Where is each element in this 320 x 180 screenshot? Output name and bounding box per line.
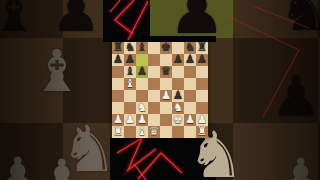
piece-white-pawn[interactable]: ♟ bbox=[125, 114, 135, 126]
piece-black-pawn[interactable]: ♟ bbox=[113, 54, 123, 66]
piece-white-pawn[interactable]: ♟ bbox=[185, 114, 195, 126]
square-a5[interactable] bbox=[112, 78, 124, 90]
square-c1[interactable]: ♝ bbox=[136, 126, 148, 138]
square-d4[interactable] bbox=[148, 90, 160, 102]
chess-board[interactable]: ♜♞♝♚♞♜♟♟♟♟♟♝♟♛♝♟♟♞♞♟♟♟♚♟♟♜♝♛♜ bbox=[112, 42, 208, 138]
square-h4[interactable] bbox=[196, 90, 208, 102]
square-b2[interactable]: ♟ bbox=[124, 114, 136, 126]
square-h1[interactable]: ♜ bbox=[196, 126, 208, 138]
square-d3[interactable] bbox=[148, 102, 160, 114]
square-d6[interactable] bbox=[148, 66, 160, 78]
square-d5[interactable] bbox=[148, 78, 160, 90]
square-e3[interactable] bbox=[160, 102, 172, 114]
square-f7[interactable]: ♟ bbox=[172, 54, 184, 66]
piece-black-pawn[interactable]: ♟ bbox=[173, 54, 183, 66]
square-h6[interactable] bbox=[196, 66, 208, 78]
piece-black-pawn[interactable]: ♟ bbox=[185, 54, 195, 66]
square-g5[interactable] bbox=[184, 78, 196, 90]
square-b4[interactable] bbox=[124, 90, 136, 102]
piece-black-king[interactable]: ♚ bbox=[161, 42, 171, 54]
square-c8[interactable]: ♝ bbox=[136, 42, 148, 54]
piece-white-bishop[interactable]: ♝ bbox=[137, 126, 147, 138]
square-g7[interactable]: ♟ bbox=[184, 54, 196, 66]
square-b1[interactable] bbox=[124, 126, 136, 138]
square-d8[interactable] bbox=[148, 42, 160, 54]
square-f1[interactable] bbox=[172, 126, 184, 138]
piece-white-rook[interactable]: ♜ bbox=[197, 126, 207, 138]
square-a6[interactable] bbox=[112, 66, 124, 78]
piece-black-pawn[interactable]: ♟ bbox=[137, 66, 147, 78]
square-f6[interactable] bbox=[172, 66, 184, 78]
square-b5[interactable]: ♝ bbox=[124, 78, 136, 90]
square-g4[interactable] bbox=[184, 90, 196, 102]
square-g2[interactable]: ♟ bbox=[184, 114, 196, 126]
square-d7[interactable] bbox=[148, 54, 160, 66]
square-e1[interactable] bbox=[160, 126, 172, 138]
square-a7[interactable]: ♟ bbox=[112, 54, 124, 66]
square-g6[interactable] bbox=[184, 66, 196, 78]
square-h7[interactable]: ♟ bbox=[196, 54, 208, 66]
piece-black-bishop[interactable]: ♝ bbox=[137, 42, 147, 54]
piece-white-queen[interactable]: ♛ bbox=[149, 126, 159, 138]
piece-white-bishop[interactable]: ♝ bbox=[125, 78, 135, 90]
square-e8[interactable]: ♚ bbox=[160, 42, 172, 54]
square-c6[interactable]: ♟ bbox=[136, 66, 148, 78]
piece-white-pawn[interactable]: ♟ bbox=[161, 90, 171, 102]
piece-black-pawn[interactable]: ♟ bbox=[197, 54, 207, 66]
square-g1[interactable] bbox=[184, 126, 196, 138]
piece-white-king[interactable]: ♚ bbox=[173, 114, 183, 126]
square-h5[interactable] bbox=[196, 78, 208, 90]
square-a4[interactable] bbox=[112, 90, 124, 102]
video-frame: ♝♟♟♞♝♞♟♞♟♟♟ ♜♞♝♚♞♜♟♟♟♟♟♝♟♛♝♟♟♞♞♟♟♟♚♟♟♜♝♛… bbox=[0, 0, 320, 180]
piece-white-rook[interactable]: ♜ bbox=[113, 126, 123, 138]
square-d1[interactable]: ♛ bbox=[148, 126, 160, 138]
piece-black-queen[interactable]: ♛ bbox=[161, 66, 171, 78]
square-f2[interactable]: ♚ bbox=[172, 114, 184, 126]
square-e2[interactable] bbox=[160, 114, 172, 126]
square-e6[interactable]: ♛ bbox=[160, 66, 172, 78]
square-c5[interactable] bbox=[136, 78, 148, 90]
square-a1[interactable]: ♜ bbox=[112, 126, 124, 138]
square-e4[interactable]: ♟ bbox=[160, 90, 172, 102]
